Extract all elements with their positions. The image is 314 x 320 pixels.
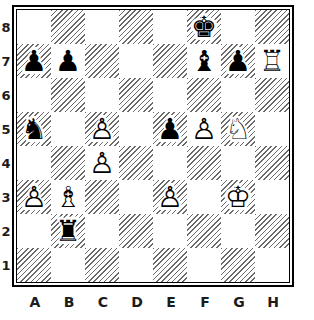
square-g7: ♟♟: [221, 44, 255, 78]
square-f3: [187, 180, 221, 214]
piece-black-king: ♚♚: [187, 10, 221, 44]
square-b7: ♟♟: [51, 44, 85, 78]
square-g1: [221, 248, 255, 282]
square-f8: ♚♚: [187, 10, 221, 44]
square-d4: [119, 146, 153, 180]
file-labels: ABCDEFGH: [18, 294, 290, 310]
square-g4: [221, 146, 255, 180]
piece-glyph-black-king: ♚: [191, 10, 217, 44]
piece-white-knight: ♞♘: [221, 112, 255, 146]
piece-black-pawn: ♟♟: [17, 44, 51, 78]
piece-glyph-white-pawn: ♙: [89, 112, 115, 146]
square-e2: [153, 214, 187, 248]
square-f2: [187, 214, 221, 248]
square-e8: [153, 10, 187, 44]
square-c4: ♟♙: [85, 146, 119, 180]
square-g8: [221, 10, 255, 44]
square-h5: [255, 112, 289, 146]
square-f5: ♟♙: [187, 112, 221, 146]
piece-glyph-white-knight: ♘: [225, 112, 251, 146]
square-e6: [153, 78, 187, 112]
square-b1: [51, 248, 85, 282]
square-c3: [85, 180, 119, 214]
piece-white-rook: ♜♖: [255, 44, 289, 78]
square-d7: [119, 44, 153, 78]
square-d5: [119, 112, 153, 146]
square-h4: [255, 146, 289, 180]
piece-white-pawn: ♟♙: [187, 112, 221, 146]
square-b3: ♝♗: [51, 180, 85, 214]
chess-diagram: 87654321 ♚♚♟♟♟♟♝♝♟♟♜♖♞♞♟♙♟♟♟♙♞♘♟♙♟♙♝♗♟♙♚…: [0, 0, 314, 320]
piece-glyph-white-pawn: ♙: [21, 180, 47, 214]
rank-label-6: 6: [0, 79, 12, 113]
square-e3: ♟♙: [153, 180, 187, 214]
square-h3: [255, 180, 289, 214]
square-c7: [85, 44, 119, 78]
rank-label-2: 2: [0, 215, 12, 249]
square-a3: ♟♙: [17, 180, 51, 214]
square-h7: ♜♖: [255, 44, 289, 78]
piece-white-pawn: ♟♙: [85, 146, 119, 180]
square-a5: ♞♞: [17, 112, 51, 146]
piece-glyph-black-pawn: ♟: [55, 44, 81, 78]
square-g2: [221, 214, 255, 248]
file-label-g: G: [222, 294, 256, 310]
piece-black-rook: ♜♜: [51, 214, 85, 248]
piece-white-king: ♚♔: [221, 180, 255, 214]
square-h2: [255, 214, 289, 248]
square-a2: [17, 214, 51, 248]
square-a1: [17, 248, 51, 282]
square-a7: ♟♟: [17, 44, 51, 78]
piece-white-pawn: ♟♙: [153, 180, 187, 214]
square-a4: [17, 146, 51, 180]
file-label-a: A: [18, 294, 52, 310]
square-f7: ♝♝: [187, 44, 221, 78]
board-border: ♚♚♟♟♟♟♝♝♟♟♜♖♞♞♟♙♟♟♟♙♞♘♟♙♟♙♝♗♟♙♚♔♜♜: [12, 5, 294, 287]
square-c5: ♟♙: [85, 112, 119, 146]
square-f4: [187, 146, 221, 180]
square-b4: [51, 146, 85, 180]
square-c6: [85, 78, 119, 112]
square-g3: ♚♔: [221, 180, 255, 214]
piece-glyph-black-pawn: ♟: [225, 44, 251, 78]
rank-label-3: 3: [0, 181, 12, 215]
square-d1: [119, 248, 153, 282]
piece-glyph-black-pawn: ♟: [21, 44, 47, 78]
piece-black-knight: ♞♞: [17, 112, 51, 146]
file-label-h: H: [256, 294, 290, 310]
piece-glyph-white-bishop: ♗: [55, 180, 81, 214]
file-label-b: B: [52, 294, 86, 310]
rank-label-5: 5: [0, 113, 12, 147]
piece-white-pawn: ♟♙: [85, 112, 119, 146]
piece-glyph-white-pawn: ♙: [157, 180, 183, 214]
piece-glyph-black-knight: ♞: [21, 112, 47, 146]
square-b6: [51, 78, 85, 112]
piece-black-pawn: ♟♟: [51, 44, 85, 78]
piece-glyph-white-king: ♔: [225, 180, 251, 214]
piece-glyph-black-rook: ♜: [55, 214, 81, 248]
square-e5: ♟♟: [153, 112, 187, 146]
square-c2: [85, 214, 119, 248]
piece-black-pawn: ♟♟: [221, 44, 255, 78]
rank-label-4: 4: [0, 147, 12, 181]
piece-glyph-white-rook: ♖: [259, 44, 285, 78]
square-h8: [255, 10, 289, 44]
file-label-f: F: [188, 294, 222, 310]
piece-glyph-black-pawn: ♟: [157, 112, 183, 146]
square-f1: [187, 248, 221, 282]
square-d6: [119, 78, 153, 112]
square-b8: [51, 10, 85, 44]
square-h1: [255, 248, 289, 282]
square-e7: [153, 44, 187, 78]
rank-label-8: 8: [0, 11, 12, 45]
square-a6: [17, 78, 51, 112]
piece-white-pawn: ♟♙: [17, 180, 51, 214]
square-g5: ♞♘: [221, 112, 255, 146]
chess-board: ♚♚♟♟♟♟♝♝♟♟♜♖♞♞♟♙♟♟♟♙♞♘♟♙♟♙♝♗♟♙♚♔♜♜: [17, 10, 289, 282]
rank-labels: 87654321: [0, 11, 12, 283]
board-inner-border: ♚♚♟♟♟♟♝♝♟♟♜♖♞♞♟♙♟♟♟♙♞♘♟♙♟♙♝♗♟♙♚♔♜♜: [16, 9, 290, 283]
square-a8: [17, 10, 51, 44]
square-d3: [119, 180, 153, 214]
square-h6: [255, 78, 289, 112]
piece-glyph-black-bishop: ♝: [191, 44, 217, 78]
piece-black-bishop: ♝♝: [187, 44, 221, 78]
piece-white-bishop: ♝♗: [51, 180, 85, 214]
piece-glyph-white-pawn: ♙: [191, 112, 217, 146]
rank-label-7: 7: [0, 45, 12, 79]
piece-black-pawn: ♟♟: [153, 112, 187, 146]
square-e1: [153, 248, 187, 282]
square-e4: [153, 146, 187, 180]
rank-label-1: 1: [0, 249, 12, 283]
piece-glyph-white-pawn: ♙: [89, 146, 115, 180]
square-c8: [85, 10, 119, 44]
square-d8: [119, 10, 153, 44]
square-f6: [187, 78, 221, 112]
square-b2: ♜♜: [51, 214, 85, 248]
square-b5: [51, 112, 85, 146]
file-label-d: D: [120, 294, 154, 310]
file-label-e: E: [154, 294, 188, 310]
square-c1: [85, 248, 119, 282]
file-label-c: C: [86, 294, 120, 310]
square-g6: [221, 78, 255, 112]
square-d2: [119, 214, 153, 248]
